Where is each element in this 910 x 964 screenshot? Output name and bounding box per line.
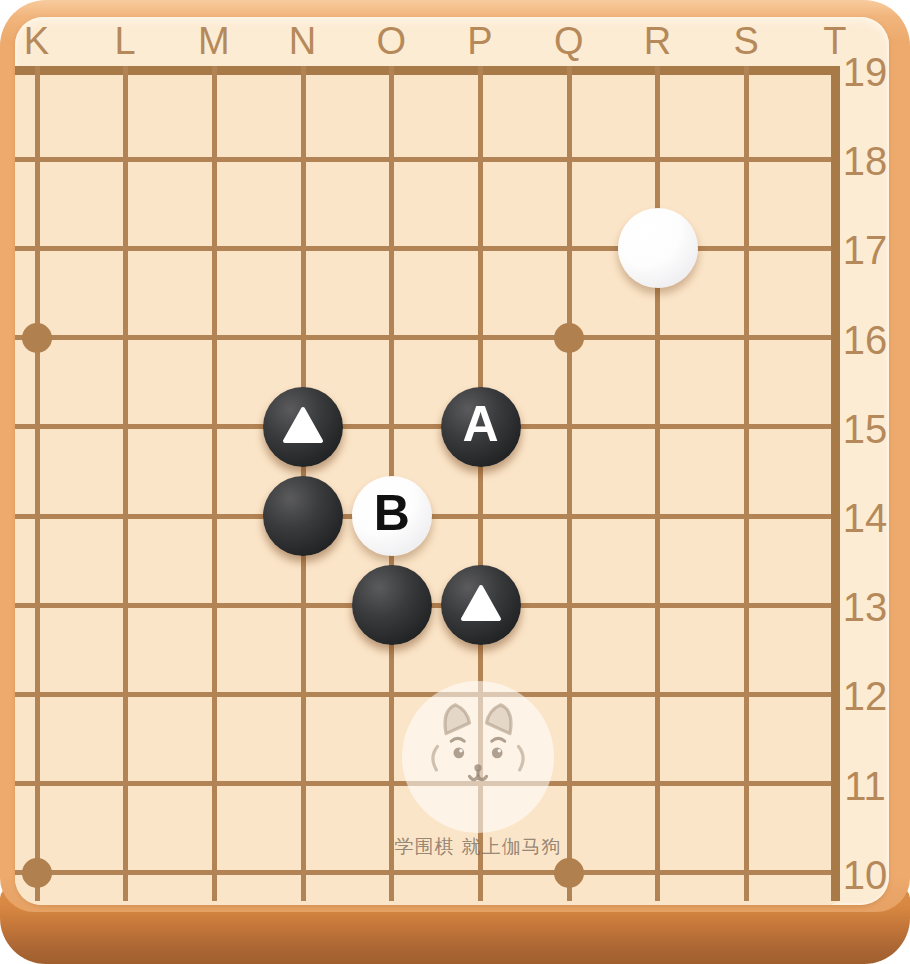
- column-label-M: M: [179, 16, 249, 66]
- column-label-S: S: [712, 16, 782, 66]
- grid-vline-K: [35, 66, 40, 902]
- dog-face-icon: [414, 691, 542, 819]
- grid-hline-16: [15, 335, 840, 340]
- column-label-K: K: [2, 16, 72, 66]
- column-label-L: L: [91, 16, 161, 66]
- stone-label-A: A: [462, 399, 498, 449]
- star-point-Q10: [554, 858, 584, 888]
- triangle-marker: [281, 405, 325, 445]
- stone-white-O14[interactable]: B: [352, 476, 432, 556]
- star-point-K10: [22, 858, 52, 888]
- grid-hline-17: [15, 246, 840, 251]
- grid-vline-L: [123, 66, 128, 902]
- row-label-12: 12: [840, 673, 890, 719]
- grid-hline-18: [15, 157, 840, 162]
- watermark-text: 学围棋 就上伽马狗: [303, 834, 653, 860]
- column-label-Q: Q: [534, 16, 604, 66]
- column-label-N: N: [268, 16, 338, 66]
- grid-hline-15: [15, 424, 840, 429]
- column-label-R: R: [623, 16, 693, 66]
- row-label-16: 16: [840, 317, 890, 363]
- grid-vline-M: [212, 66, 217, 902]
- grid-hline-10: [15, 870, 840, 875]
- triangle-marker: [459, 583, 503, 623]
- row-label-10: 10: [840, 852, 890, 898]
- stone-black-P13[interactable]: [441, 565, 521, 645]
- grid-vline-R: [655, 66, 660, 902]
- stone-label-B: B: [374, 488, 410, 538]
- row-label-14: 14: [840, 495, 890, 541]
- stone-black-P15[interactable]: A: [441, 387, 521, 467]
- stone-black-O13[interactable]: [352, 565, 432, 645]
- grid-vline-S: [744, 66, 749, 902]
- row-label-18: 18: [840, 138, 890, 184]
- star-point-K16: [22, 323, 52, 353]
- go-board-diagram: KLMNOPQRST19181716151413121110AB: [0, 0, 910, 964]
- row-label-15: 15: [840, 406, 890, 452]
- column-label-P: P: [446, 16, 516, 66]
- row-label-13: 13: [840, 584, 890, 630]
- row-label-11: 11: [840, 763, 890, 809]
- column-label-O: O: [357, 16, 427, 66]
- grid-hline-19: [15, 66, 840, 75]
- row-label-19: 19: [840, 49, 890, 95]
- stone-black-N15[interactable]: [263, 387, 343, 467]
- stone-white-R17[interactable]: [618, 208, 698, 288]
- watermark-badge: [402, 681, 554, 833]
- row-label-17: 17: [840, 227, 890, 273]
- grid-vline-T: [831, 66, 840, 902]
- grid-vline-Q: [567, 66, 572, 902]
- stone-black-N14[interactable]: [263, 476, 343, 556]
- star-point-Q16: [554, 323, 584, 353]
